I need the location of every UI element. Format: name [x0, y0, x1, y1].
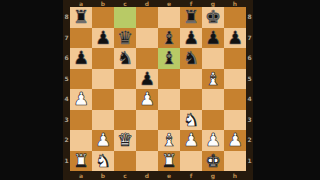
square-e1[interactable]: ♜ [158, 151, 180, 172]
file-labels-bottom: abcdefgh [70, 171, 246, 180]
coord-label-6: 6 [246, 48, 253, 69]
square-f6[interactable]: ♞ [180, 48, 202, 69]
coord-label-6: 6 [63, 48, 70, 69]
white-bishop-g5[interactable]: ♝ [205, 69, 221, 87]
coord-label-1: 1 [63, 151, 70, 172]
square-d3[interactable] [136, 110, 158, 131]
square-e2[interactable]: ♝ [158, 130, 180, 151]
square-g8[interactable]: ♚ [202, 7, 224, 28]
coord-label-7: 7 [246, 28, 253, 49]
square-e6[interactable]: ♝ [158, 48, 180, 69]
white-rook-e1[interactable]: ♜ [161, 151, 177, 169]
square-g7[interactable]: ♟ [202, 28, 224, 49]
coord-label-5: 5 [246, 69, 253, 90]
square-c2[interactable]: ♛ [114, 130, 136, 151]
black-king-g8[interactable]: ♚ [205, 8, 221, 26]
square-f4[interactable] [180, 89, 202, 110]
black-bishop-e7[interactable]: ♝ [161, 28, 177, 46]
square-a5[interactable] [70, 69, 92, 90]
square-h2[interactable]: ♟ [224, 130, 246, 151]
square-c7[interactable]: ♛ [114, 28, 136, 49]
chess-board: ♜♜♚♟♛♝♟♟♟♟♞♝♞♟♝♟♟♞♟♛♝♟♟♟♜♞♜♚ [70, 7, 246, 171]
square-e7[interactable]: ♝ [158, 28, 180, 49]
coord-label-h: h [224, 0, 246, 7]
square-c4[interactable] [114, 89, 136, 110]
square-b1[interactable]: ♞ [92, 151, 114, 172]
square-g3[interactable] [202, 110, 224, 131]
right-black-bar [253, 0, 320, 180]
coord-label-c: c [114, 0, 136, 7]
square-f7[interactable]: ♟ [180, 28, 202, 49]
square-a7[interactable] [70, 28, 92, 49]
coord-label-1: 1 [246, 151, 253, 172]
coord-label-2: 2 [63, 130, 70, 151]
square-e3[interactable] [158, 110, 180, 131]
white-queen-c2[interactable]: ♛ [117, 131, 133, 149]
coord-label-5: 5 [63, 69, 70, 90]
coord-label-d: d [136, 0, 158, 7]
coord-label-a: a [70, 0, 92, 7]
coord-label-4: 4 [63, 89, 70, 110]
white-pawn-d4[interactable]: ♟ [139, 90, 155, 108]
square-d7[interactable] [136, 28, 158, 49]
square-e5[interactable] [158, 69, 180, 90]
coord-label-f: f [180, 171, 202, 180]
square-a6[interactable]: ♟ [70, 48, 92, 69]
black-rook-a8[interactable]: ♜ [73, 8, 89, 26]
square-h5[interactable] [224, 69, 246, 90]
square-d2[interactable] [136, 130, 158, 151]
coord-label-f: f [180, 0, 202, 7]
square-g1[interactable]: ♚ [202, 151, 224, 172]
left-black-bar [0, 0, 63, 180]
square-b5[interactable] [92, 69, 114, 90]
square-b3[interactable] [92, 110, 114, 131]
black-knight-f6[interactable]: ♞ [183, 49, 199, 67]
black-pawn-h7[interactable]: ♟ [227, 28, 243, 46]
square-h3[interactable] [224, 110, 246, 131]
white-king-g1[interactable]: ♚ [205, 151, 221, 169]
white-bishop-e2[interactable]: ♝ [161, 131, 177, 149]
square-b7[interactable]: ♟ [92, 28, 114, 49]
white-pawn-h2[interactable]: ♟ [227, 131, 243, 149]
square-h7[interactable]: ♟ [224, 28, 246, 49]
black-pawn-g7[interactable]: ♟ [205, 28, 221, 46]
square-d8[interactable] [136, 7, 158, 28]
chess-board-frame: abcdefgh 87654321 ♜♜♚♟♛♝♟♟♟♟♞♝♞♟♝♟♟♞♟♛♝♟… [63, 0, 253, 180]
white-knight-f3[interactable]: ♞ [183, 110, 199, 128]
black-bishop-e6[interactable]: ♝ [161, 49, 177, 67]
screenshot-stage: abcdefgh 87654321 ♜♜♚♟♛♝♟♟♟♟♞♝♞♟♝♟♟♞♟♛♝♟… [0, 0, 320, 180]
square-d6[interactable] [136, 48, 158, 69]
square-g4[interactable] [202, 89, 224, 110]
square-b6[interactable] [92, 48, 114, 69]
square-h4[interactable] [224, 89, 246, 110]
black-rook-f8[interactable]: ♜ [183, 8, 199, 26]
square-e8[interactable] [158, 7, 180, 28]
white-pawn-f2[interactable]: ♟ [183, 131, 199, 149]
white-pawn-b2[interactable]: ♟ [95, 131, 111, 149]
square-h8[interactable] [224, 7, 246, 28]
coord-label-8: 8 [63, 7, 70, 28]
square-a8[interactable]: ♜ [70, 7, 92, 28]
coord-label-2: 2 [246, 130, 253, 151]
coord-label-7: 7 [63, 28, 70, 49]
square-h6[interactable] [224, 48, 246, 69]
square-c8[interactable] [114, 7, 136, 28]
black-pawn-a6[interactable]: ♟ [73, 49, 89, 67]
square-f3[interactable]: ♞ [180, 110, 202, 131]
black-queen-c7[interactable]: ♛ [117, 28, 133, 46]
square-g2[interactable]: ♟ [202, 130, 224, 151]
square-c1[interactable] [114, 151, 136, 172]
rank-labels-right: 87654321 [246, 7, 253, 171]
square-b8[interactable] [92, 7, 114, 28]
coord-label-d: d [136, 171, 158, 180]
square-f1[interactable] [180, 151, 202, 172]
coord-label-4: 4 [246, 89, 253, 110]
coord-label-3: 3 [246, 110, 253, 131]
square-f5[interactable] [180, 69, 202, 90]
coord-label-c: c [114, 171, 136, 180]
coord-label-b: b [92, 171, 114, 180]
square-e4[interactable] [158, 89, 180, 110]
black-knight-c6[interactable]: ♞ [117, 49, 133, 67]
rank-labels-left: 87654321 [63, 7, 70, 171]
square-g5[interactable]: ♝ [202, 69, 224, 90]
square-f2[interactable]: ♟ [180, 130, 202, 151]
coord-label-g: g [202, 171, 224, 180]
white-pawn-a4[interactable]: ♟ [73, 90, 89, 108]
square-c5[interactable] [114, 69, 136, 90]
square-b4[interactable] [92, 89, 114, 110]
square-f8[interactable]: ♜ [180, 7, 202, 28]
square-a3[interactable] [70, 110, 92, 131]
square-h1[interactable] [224, 151, 246, 172]
black-pawn-d5[interactable]: ♟ [139, 69, 155, 87]
white-knight-b1[interactable]: ♞ [95, 151, 111, 169]
black-pawn-f7[interactable]: ♟ [183, 28, 199, 46]
square-c6[interactable]: ♞ [114, 48, 136, 69]
square-a4[interactable]: ♟ [70, 89, 92, 110]
coord-label-3: 3 [63, 110, 70, 131]
square-d4[interactable]: ♟ [136, 89, 158, 110]
square-c3[interactable] [114, 110, 136, 131]
square-a1[interactable]: ♜ [70, 151, 92, 172]
coord-label-b: b [92, 0, 114, 7]
square-g6[interactable] [202, 48, 224, 69]
coord-label-8: 8 [246, 7, 253, 28]
coord-label-a: a [70, 171, 92, 180]
white-pawn-g2[interactable]: ♟ [205, 131, 221, 149]
coord-label-g: g [202, 0, 224, 7]
square-d5[interactable]: ♟ [136, 69, 158, 90]
black-pawn-b7[interactable]: ♟ [95, 28, 111, 46]
square-a2[interactable] [70, 130, 92, 151]
white-rook-a1[interactable]: ♜ [73, 151, 89, 169]
file-labels-top: abcdefgh [70, 0, 246, 7]
coord-label-h: h [224, 171, 246, 180]
square-d1[interactable] [136, 151, 158, 172]
square-b2[interactable]: ♟ [92, 130, 114, 151]
coord-label-e: e [158, 0, 180, 7]
coord-label-e: e [158, 171, 180, 180]
